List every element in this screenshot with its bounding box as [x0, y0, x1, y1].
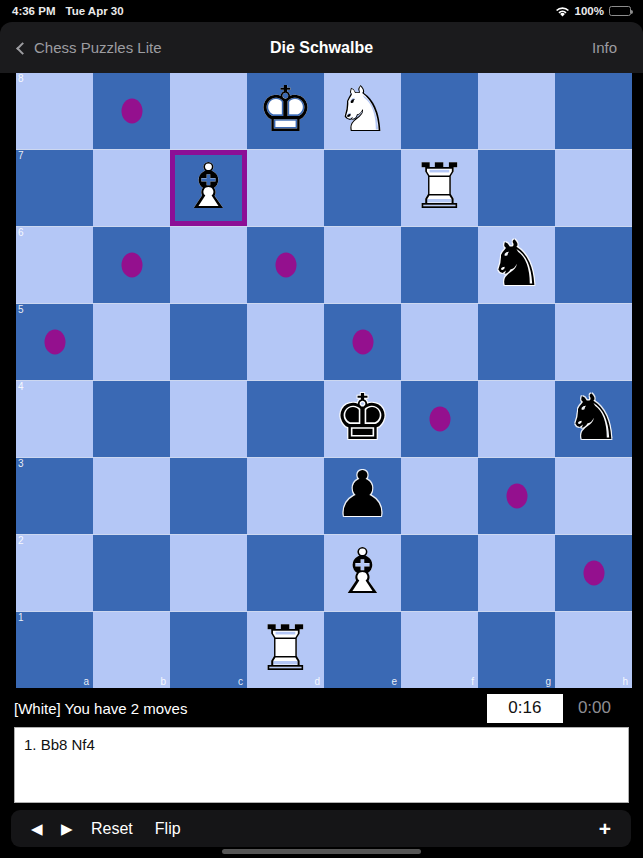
black-clock: 0:00 — [578, 698, 611, 718]
status-date: Tue Apr 30 — [65, 5, 123, 17]
square-f5[interactable] — [401, 304, 478, 380]
square-e3[interactable]: ♟ — [324, 458, 401, 534]
square-b4[interactable] — [93, 381, 170, 457]
square-g4[interactable] — [478, 381, 555, 457]
square-h7[interactable] — [555, 150, 632, 226]
square-c6[interactable] — [170, 227, 247, 303]
square-a1[interactable]: 1a — [16, 612, 93, 688]
square-a5[interactable]: 5 — [16, 304, 93, 380]
black-knight[interactable]: ♞ — [478, 227, 555, 303]
square-g3[interactable] — [478, 458, 555, 534]
square-g8[interactable] — [478, 73, 555, 149]
white-bishop[interactable]: ♝♗ — [170, 150, 247, 226]
square-e5[interactable] — [324, 304, 401, 380]
ios-status-bar: 4:36 PM Tue Apr 30 100% — [0, 0, 643, 22]
chevron-left-icon — [16, 42, 29, 55]
square-h2[interactable] — [555, 535, 632, 611]
black-knight[interactable]: ♞ — [555, 381, 632, 457]
wifi-icon — [555, 6, 570, 17]
square-f2[interactable] — [401, 535, 478, 611]
square-a3[interactable]: 3 — [16, 458, 93, 534]
file-label-b: b — [160, 676, 166, 687]
square-f3[interactable] — [401, 458, 478, 534]
white-rook[interactable]: ♜♖ — [401, 150, 478, 226]
square-d1[interactable]: d♜♖ — [247, 612, 324, 688]
chess-board: 8♚♔♞♘7♝♗♜♖6♞54♚♞3♟2♝♗1abcd♜♖efgh — [16, 73, 632, 688]
navigation-bar: Chess Puzzles Lite Die Schwalbe Info — [0, 22, 643, 73]
square-d5[interactable] — [247, 304, 324, 380]
piece-outline-glyph: ♗ — [170, 150, 247, 226]
piece-outline-glyph: ♔ — [247, 73, 324, 149]
move-dot[interactable] — [506, 484, 527, 509]
square-c1[interactable]: c — [170, 612, 247, 688]
piece-glyph: ♞ — [555, 381, 632, 457]
rank-label-1: 1 — [18, 612, 24, 623]
file-label-c: c — [238, 676, 243, 687]
status-time-date: 4:36 PM Tue Apr 30 — [12, 5, 124, 17]
square-h1[interactable]: h — [555, 612, 632, 688]
piece-glyph: ♞ — [478, 227, 555, 303]
square-c2[interactable] — [170, 535, 247, 611]
square-c7[interactable]: ♝♗ — [170, 150, 247, 226]
square-h5[interactable] — [555, 304, 632, 380]
square-a6[interactable]: 6 — [16, 227, 93, 303]
white-bishop[interactable]: ♝♗ — [324, 535, 401, 611]
battery-percent: 100% — [575, 5, 604, 17]
rank-label-8: 8 — [18, 73, 24, 84]
home-indicator[interactable] — [222, 849, 421, 854]
move-dot[interactable] — [583, 561, 604, 586]
square-d3[interactable] — [247, 458, 324, 534]
file-label-h: h — [622, 676, 628, 687]
move-dot[interactable] — [121, 99, 142, 124]
square-c5[interactable] — [170, 304, 247, 380]
file-label-d: d — [314, 676, 320, 687]
square-d6[interactable] — [247, 227, 324, 303]
black-pawn[interactable]: ♟ — [324, 458, 401, 534]
back-button[interactable]: Chess Puzzles Lite — [18, 39, 162, 56]
move-list-text: 1. Bb8 Nf4 — [24, 736, 95, 753]
move-dot[interactable] — [121, 253, 142, 278]
file-label-g: g — [545, 676, 551, 687]
square-e1[interactable]: e — [324, 612, 401, 688]
bottom-toolbar: ◀ ▶ Reset Flip + — [11, 810, 631, 847]
piece-glyph: ♚ — [324, 381, 401, 457]
black-king[interactable]: ♚ — [324, 381, 401, 457]
move-dot[interactable] — [275, 253, 296, 278]
add-button[interactable]: + — [599, 818, 611, 839]
square-b7[interactable] — [93, 150, 170, 226]
square-g6[interactable]: ♞ — [478, 227, 555, 303]
square-a8[interactable]: 8 — [16, 73, 93, 149]
move-dot[interactable] — [352, 330, 373, 355]
square-c8[interactable] — [170, 73, 247, 149]
flip-button[interactable]: Flip — [155, 820, 181, 838]
square-d2[interactable] — [247, 535, 324, 611]
rank-label-7: 7 — [18, 150, 24, 161]
square-d7[interactable] — [247, 150, 324, 226]
previous-move-button[interactable]: ◀ — [31, 820, 61, 838]
file-label-e: e — [391, 676, 397, 687]
square-f4[interactable] — [401, 381, 478, 457]
square-h3[interactable] — [555, 458, 632, 534]
square-b6[interactable] — [93, 227, 170, 303]
file-label-a: a — [83, 676, 89, 687]
rank-label-6: 6 — [18, 227, 24, 238]
square-a7[interactable]: 7 — [16, 150, 93, 226]
square-e7[interactable] — [324, 150, 401, 226]
rank-label-4: 4 — [18, 381, 24, 392]
square-b1[interactable]: b — [93, 612, 170, 688]
white-rook[interactable]: ♜♖ — [247, 612, 324, 688]
square-e2[interactable]: ♝♗ — [324, 535, 401, 611]
square-f8[interactable] — [401, 73, 478, 149]
square-e4[interactable]: ♚ — [324, 381, 401, 457]
square-g7[interactable] — [478, 150, 555, 226]
piece-outline-glyph: ♖ — [247, 612, 324, 688]
square-c4[interactable] — [170, 381, 247, 457]
white-knight[interactable]: ♞♘ — [324, 73, 401, 149]
board-area: 8♚♔♞♘7♝♗♜♖6♞54♚♞3♟2♝♗1abcd♜♖efgh — [0, 73, 643, 689]
move-dot[interactable] — [44, 330, 65, 355]
back-button-label: Chess Puzzles Lite — [34, 39, 162, 56]
square-h8[interactable] — [555, 73, 632, 149]
rank-label-2: 2 — [18, 535, 24, 546]
white-clock: 0:16 — [487, 694, 563, 723]
square-a2[interactable]: 2 — [16, 535, 93, 611]
square-g2[interactable] — [478, 535, 555, 611]
square-f6[interactable] — [401, 227, 478, 303]
battery-icon — [609, 6, 631, 16]
square-b2[interactable] — [93, 535, 170, 611]
square-f7[interactable]: ♜♖ — [401, 150, 478, 226]
square-e6[interactable] — [324, 227, 401, 303]
file-label-f: f — [471, 676, 474, 687]
square-f1[interactable]: f — [401, 612, 478, 688]
square-b8[interactable] — [93, 73, 170, 149]
piece-glyph: ♟ — [324, 458, 401, 534]
square-a4[interactable]: 4 — [16, 381, 93, 457]
square-b3[interactable] — [93, 458, 170, 534]
square-h6[interactable] — [555, 227, 632, 303]
move-list[interactable]: 1. Bb8 Nf4 — [14, 727, 629, 803]
square-g1[interactable]: g — [478, 612, 555, 688]
status-time: 4:36 PM — [12, 5, 55, 17]
reset-button[interactable]: Reset — [91, 820, 133, 838]
rank-label-3: 3 — [18, 458, 24, 469]
white-king[interactable]: ♚♔ — [247, 73, 324, 149]
info-button[interactable]: Info — [592, 39, 617, 56]
next-move-button[interactable]: ▶ — [61, 820, 91, 838]
square-c3[interactable] — [170, 458, 247, 534]
piece-outline-glyph: ♘ — [324, 73, 401, 149]
piece-outline-glyph: ♗ — [324, 535, 401, 611]
square-d4[interactable] — [247, 381, 324, 457]
rank-label-5: 5 — [18, 304, 24, 315]
move-dot[interactable] — [429, 407, 450, 432]
piece-outline-glyph: ♖ — [401, 150, 478, 226]
square-h4[interactable]: ♞ — [555, 381, 632, 457]
app-screen: 4:36 PM Tue Apr 30 100% Chess Puzzles Li… — [0, 0, 643, 858]
square-b5[interactable] — [93, 304, 170, 380]
game-status-bar: [White] You have 2 moves 0:16 0:00 — [0, 689, 643, 727]
turn-message: [White] You have 2 moves — [14, 700, 487, 717]
square-e8[interactable]: ♞♘ — [324, 73, 401, 149]
square-d8[interactable]: ♚♔ — [247, 73, 324, 149]
square-g5[interactable] — [478, 304, 555, 380]
